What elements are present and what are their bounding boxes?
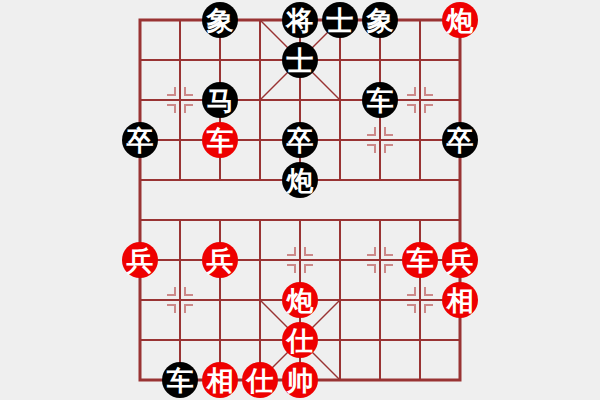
piece-red-pawn[interactable]: 兵: [442, 242, 478, 278]
piece-red-elephant[interactable]: 相: [202, 362, 238, 398]
piece-red-pawn[interactable]: 兵: [122, 242, 158, 278]
piece-black-pawn[interactable]: 卒: [122, 122, 158, 158]
xiangqi-diagram: 象将士象炮士马车卒车卒卒炮兵兵车兵炮相仕车相仕帅: [0, 0, 600, 400]
piece-black-chariot[interactable]: 车: [162, 362, 198, 398]
piece-black-pawn[interactable]: 卒: [282, 122, 318, 158]
piece-black-general[interactable]: 将: [282, 2, 318, 38]
piece-black-horse[interactable]: 马: [202, 82, 238, 118]
piece-black-elephant[interactable]: 象: [202, 2, 238, 38]
piece-black-cannon[interactable]: 炮: [282, 162, 318, 198]
piece-red-chariot[interactable]: 车: [402, 242, 438, 278]
piece-red-general[interactable]: 帅: [282, 362, 318, 398]
piece-red-chariot[interactable]: 车: [202, 122, 238, 158]
piece-black-advisor[interactable]: 士: [282, 42, 318, 78]
piece-red-advisor[interactable]: 仕: [282, 322, 318, 358]
piece-black-chariot[interactable]: 车: [362, 82, 398, 118]
piece-black-advisor[interactable]: 士: [322, 2, 358, 38]
piece-black-pawn[interactable]: 卒: [442, 122, 478, 158]
piece-red-elephant[interactable]: 相: [442, 282, 478, 318]
piece-red-cannon[interactable]: 炮: [282, 282, 318, 318]
piece-red-advisor[interactable]: 仕: [242, 362, 278, 398]
piece-red-pawn[interactable]: 兵: [202, 242, 238, 278]
piece-black-elephant[interactable]: 象: [362, 2, 398, 38]
piece-red-cannon[interactable]: 炮: [442, 2, 478, 38]
